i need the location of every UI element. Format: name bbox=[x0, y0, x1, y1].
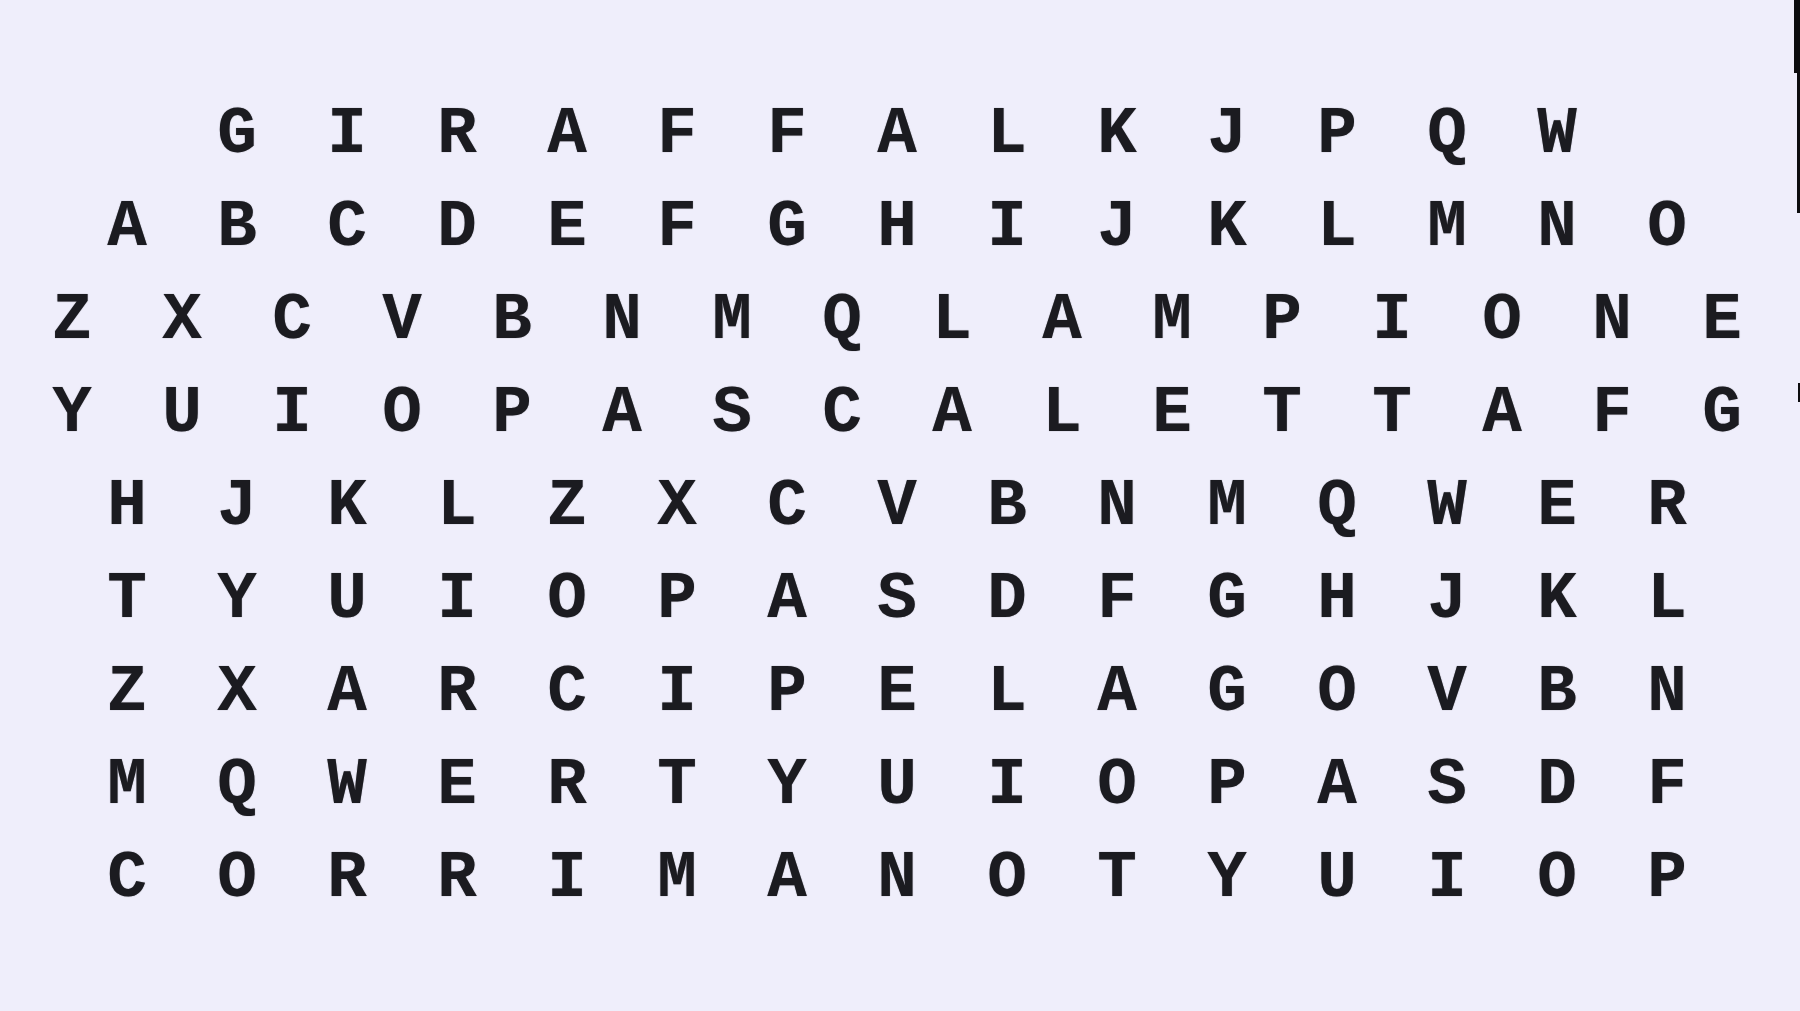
grid-cell[interactable]: T bbox=[622, 739, 732, 832]
grid-cell[interactable]: Z bbox=[512, 460, 622, 553]
grid-cell[interactable]: I bbox=[512, 832, 622, 925]
grid-cell[interactable]: U bbox=[842, 739, 952, 832]
grid-cell[interactable]: K bbox=[292, 460, 402, 553]
grid-cell[interactable]: O bbox=[1612, 181, 1722, 274]
grid-cell[interactable]: T bbox=[72, 553, 182, 646]
grid-cell[interactable]: A bbox=[842, 88, 952, 181]
grid-cell[interactable]: X bbox=[182, 646, 292, 739]
grid-cell[interactable]: I bbox=[1337, 274, 1447, 367]
grid-cell[interactable]: G bbox=[1172, 553, 1282, 646]
grid-cell[interactable]: A bbox=[897, 367, 1007, 460]
grid-cell[interactable]: Q bbox=[182, 739, 292, 832]
grid-cell[interactable]: O bbox=[952, 832, 1062, 925]
grid-cell[interactable]: W bbox=[292, 739, 402, 832]
grid-cell[interactable]: M bbox=[1392, 181, 1502, 274]
grid-cell[interactable]: K bbox=[1062, 88, 1172, 181]
grid-cell[interactable]: I bbox=[1392, 832, 1502, 925]
grid-cell[interactable]: I bbox=[292, 88, 402, 181]
grid-cell[interactable]: C bbox=[732, 460, 842, 553]
grid-cell[interactable]: D bbox=[952, 553, 1062, 646]
grid-cell[interactable]: N bbox=[1502, 181, 1612, 274]
grid-row: HJKLZXCVBNMQWER bbox=[0, 460, 1794, 553]
grid-cell[interactable]: G bbox=[182, 88, 292, 181]
grid-cell[interactable]: R bbox=[512, 739, 622, 832]
scrollbar-thumb[interactable] bbox=[1794, 0, 1800, 73]
grid-cell[interactable]: A bbox=[1007, 274, 1117, 367]
grid-cell[interactable]: L bbox=[952, 88, 1062, 181]
grid-cell[interactable]: M bbox=[72, 739, 182, 832]
grid-cell[interactable]: Q bbox=[787, 274, 897, 367]
grid-cell[interactable]: P bbox=[1612, 832, 1722, 925]
grid-cell[interactable]: T bbox=[1337, 367, 1447, 460]
grid-cell[interactable]: N bbox=[1612, 646, 1722, 739]
grid-cell[interactable]: M bbox=[1172, 460, 1282, 553]
grid-row: ZXCVBNMQLAMPIONE bbox=[0, 274, 1794, 367]
grid-cell[interactable]: V bbox=[347, 274, 457, 367]
grid-cell[interactable]: A bbox=[1447, 367, 1557, 460]
grid-cell[interactable]: P bbox=[732, 646, 842, 739]
grid-cell[interactable]: P bbox=[457, 367, 567, 460]
grid-cell[interactable]: H bbox=[1282, 553, 1392, 646]
grid-cell[interactable]: J bbox=[182, 460, 292, 553]
grid-cell[interactable]: F bbox=[622, 88, 732, 181]
grid-cell[interactable]: E bbox=[512, 181, 622, 274]
grid-cell[interactable]: J bbox=[1392, 553, 1502, 646]
grid-cell[interactable]: A bbox=[1062, 646, 1172, 739]
grid-cell[interactable]: U bbox=[1282, 832, 1392, 925]
grid-cell[interactable]: K bbox=[1502, 553, 1612, 646]
grid-cell[interactable]: I bbox=[952, 739, 1062, 832]
grid-cell[interactable]: M bbox=[622, 832, 732, 925]
grid-cell[interactable]: L bbox=[1612, 553, 1722, 646]
grid-cell[interactable]: S bbox=[842, 553, 952, 646]
grid-cell[interactable]: R bbox=[1612, 460, 1722, 553]
grid-cell[interactable]: G bbox=[732, 181, 842, 274]
grid-cell[interactable]: N bbox=[1557, 274, 1667, 367]
grid-cell[interactable]: A bbox=[732, 553, 842, 646]
grid-cell[interactable]: A bbox=[512, 88, 622, 181]
grid-cell[interactable]: O bbox=[1447, 274, 1557, 367]
grid-cell[interactable]: H bbox=[72, 460, 182, 553]
grid-cell[interactable]: D bbox=[402, 181, 512, 274]
grid-cell[interactable]: A bbox=[1282, 739, 1392, 832]
grid-row: ABCDEFGHIJKLMNO bbox=[0, 181, 1794, 274]
grid-cell[interactable]: R bbox=[402, 646, 512, 739]
grid-cell[interactable]: B bbox=[1502, 646, 1612, 739]
grid-cell[interactable]: U bbox=[292, 553, 402, 646]
word-search-board: GIRAFFALKJPQWABCDEFGHIJKLMNOZXCVBNMQLAMP… bbox=[0, 88, 1794, 925]
grid-cell[interactable]: O bbox=[1502, 832, 1612, 925]
grid-cell[interactable]: V bbox=[1392, 646, 1502, 739]
grid-cell[interactable]: E bbox=[842, 646, 952, 739]
grid-cell[interactable]: C bbox=[292, 181, 402, 274]
grid-cell[interactable]: O bbox=[347, 367, 457, 460]
grid-cell[interactable]: L bbox=[897, 274, 1007, 367]
grid-cell[interactable]: C bbox=[512, 646, 622, 739]
grid-cell[interactable]: X bbox=[127, 274, 237, 367]
grid-cell[interactable]: J bbox=[1172, 88, 1282, 181]
grid-cell[interactable]: D bbox=[1502, 739, 1612, 832]
grid-cell[interactable]: O bbox=[512, 553, 622, 646]
grid-cell[interactable]: I bbox=[402, 553, 512, 646]
grid-cell[interactable]: E bbox=[402, 739, 512, 832]
grid-row: MQWERTYUIOPASDF bbox=[0, 739, 1794, 832]
grid-row: YUIOPASCALETTAFG bbox=[0, 367, 1794, 460]
grid-cell[interactable]: F bbox=[1612, 739, 1722, 832]
grid-cell[interactable]: Y bbox=[1172, 832, 1282, 925]
grid-cell[interactable]: H bbox=[842, 181, 952, 274]
grid-cell[interactable]: M bbox=[1117, 274, 1227, 367]
grid-cell[interactable]: G bbox=[1172, 646, 1282, 739]
grid-cell[interactable]: E bbox=[1117, 367, 1227, 460]
grid-cell[interactable]: Y bbox=[17, 367, 127, 460]
grid-cell[interactable]: E bbox=[1667, 274, 1777, 367]
grid-cell[interactable]: F bbox=[622, 181, 732, 274]
grid-cell[interactable]: L bbox=[1007, 367, 1117, 460]
grid-cell[interactable]: Y bbox=[182, 553, 292, 646]
grid-cell[interactable]: Y bbox=[732, 739, 842, 832]
grid-cell[interactable]: Q bbox=[1282, 460, 1392, 553]
grid-row: CORRIMANOTYUIOP bbox=[0, 832, 1794, 925]
grid-cell[interactable]: J bbox=[1062, 181, 1172, 274]
grid-cell[interactable]: A bbox=[567, 367, 677, 460]
grid-cell[interactable]: N bbox=[567, 274, 677, 367]
grid-row: ZXARCIPELAGOVBN bbox=[0, 646, 1794, 739]
grid-cell[interactable]: B bbox=[952, 460, 1062, 553]
grid-row: GIRAFFALKJPQW bbox=[0, 88, 1794, 181]
grid-cell[interactable]: L bbox=[402, 460, 512, 553]
grid-cell[interactable]: N bbox=[842, 832, 952, 925]
grid-cell[interactable]: P bbox=[622, 553, 732, 646]
grid-cell[interactable]: B bbox=[457, 274, 567, 367]
grid-cell[interactable]: C bbox=[72, 832, 182, 925]
grid-cell[interactable]: S bbox=[1392, 739, 1502, 832]
grid-cell[interactable]: Z bbox=[17, 274, 127, 367]
grid-cell[interactable]: X bbox=[622, 460, 732, 553]
grid-cell[interactable]: C bbox=[237, 274, 347, 367]
grid-cell[interactable]: L bbox=[1282, 181, 1392, 274]
grid-cell[interactable]: O bbox=[182, 832, 292, 925]
grid-cell[interactable]: R bbox=[402, 88, 512, 181]
grid-cell[interactable]: A bbox=[72, 181, 182, 274]
grid-cell[interactable]: K bbox=[1172, 181, 1282, 274]
grid-cell[interactable]: M bbox=[677, 274, 787, 367]
grid-cell[interactable]: F bbox=[732, 88, 842, 181]
grid-cell[interactable]: P bbox=[1172, 739, 1282, 832]
grid-cell[interactable]: T bbox=[1062, 832, 1172, 925]
grid-cell[interactable]: O bbox=[1062, 739, 1172, 832]
grid-cell[interactable]: W bbox=[1392, 460, 1502, 553]
grid-cell[interactable]: I bbox=[952, 181, 1062, 274]
grid-cell[interactable]: I bbox=[622, 646, 732, 739]
grid-cell[interactable]: V bbox=[842, 460, 952, 553]
grid-cell[interactable]: I bbox=[237, 367, 347, 460]
grid-cell[interactable]: T bbox=[1227, 367, 1337, 460]
grid-cell[interactable]: F bbox=[1062, 553, 1172, 646]
grid-cell[interactable]: C bbox=[787, 367, 897, 460]
grid-cell[interactable]: E bbox=[1502, 460, 1612, 553]
grid-cell[interactable]: N bbox=[1062, 460, 1172, 553]
grid-cell[interactable]: B bbox=[182, 181, 292, 274]
grid-cell[interactable]: A bbox=[732, 832, 842, 925]
grid-cell[interactable]: Z bbox=[72, 646, 182, 739]
grid-cell[interactable]: W bbox=[1502, 88, 1612, 181]
grid-cell[interactable]: A bbox=[292, 646, 402, 739]
grid-cell[interactable]: P bbox=[1282, 88, 1392, 181]
grid-cell[interactable]: O bbox=[1282, 646, 1392, 739]
grid-row: TYUIOPASDFGHJKL bbox=[0, 553, 1794, 646]
grid-cell[interactable]: U bbox=[127, 367, 237, 460]
grid-cell[interactable]: P bbox=[1227, 274, 1337, 367]
grid-cell[interactable]: Q bbox=[1392, 88, 1502, 181]
grid-cell[interactable]: G bbox=[1667, 367, 1777, 460]
grid-cell[interactable]: R bbox=[402, 832, 512, 925]
grid-cell[interactable]: S bbox=[677, 367, 787, 460]
grid-cell[interactable]: L bbox=[952, 646, 1062, 739]
grid-cell[interactable]: R bbox=[292, 832, 402, 925]
grid-cell[interactable]: F bbox=[1557, 367, 1667, 460]
